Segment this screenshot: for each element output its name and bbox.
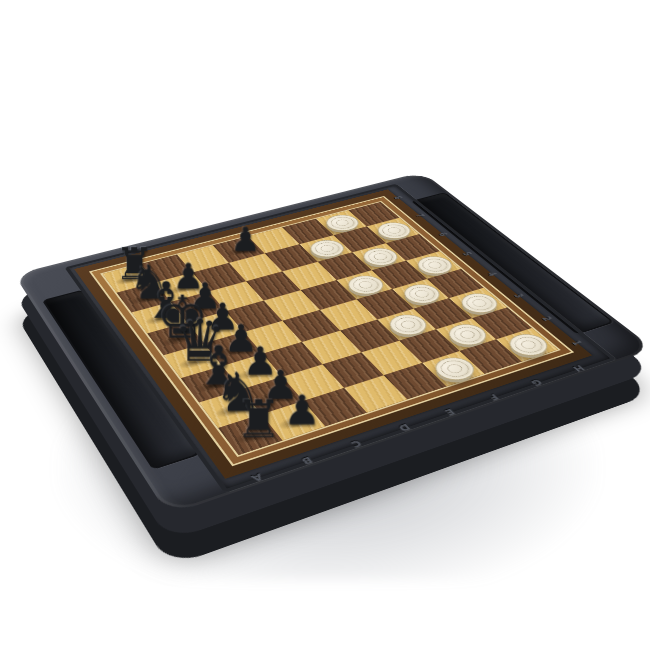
black-pawn[interactable]: ♟ bbox=[230, 223, 260, 257]
product-photo-scene: ♜♟♞♟♝♟♚♟♛♟♝♟♞♟♜♟ ABCDEFGH 87654321 bbox=[0, 0, 650, 650]
white-checker[interactable] bbox=[398, 281, 447, 307]
square-h1[interactable] bbox=[496, 328, 558, 362]
black-rook[interactable]: ♜ bbox=[235, 393, 282, 445]
file-label-d: D bbox=[395, 421, 412, 432]
white-checker[interactable] bbox=[502, 331, 555, 360]
rank-label-7: 7 bbox=[413, 213, 425, 218]
square-g2[interactable] bbox=[436, 318, 496, 351]
black-pawn[interactable]: ♟ bbox=[284, 390, 321, 431]
rank-label-8: 8 bbox=[392, 196, 403, 201]
square-d5[interactable] bbox=[264, 290, 320, 321]
square-a1[interactable]: ♜ bbox=[218, 414, 282, 455]
square-e1[interactable] bbox=[384, 363, 447, 399]
